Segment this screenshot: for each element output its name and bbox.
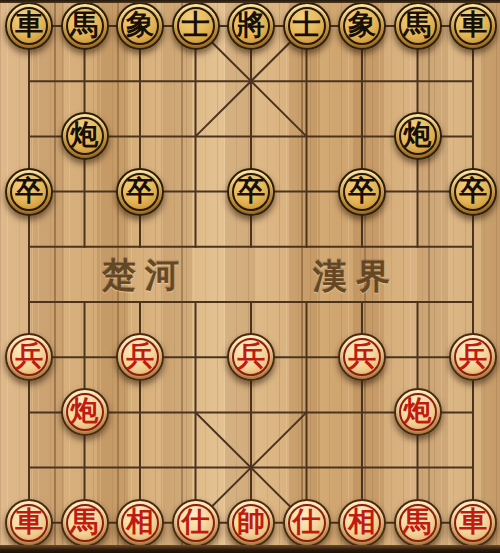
piece-red-elephant[interactable]: 相 [338,499,386,547]
piece-red-soldier[interactable]: 兵 [449,333,497,381]
piece-glyph: 車 [15,11,43,39]
piece-red-soldier[interactable]: 兵 [227,333,275,381]
piece-glyph: 仕 [293,508,321,536]
piece-red-advisor[interactable]: 仕 [283,499,331,547]
piece-glyph: 馬 [71,508,99,536]
piece-glyph: 象 [126,11,154,39]
piece-glyph: 馬 [404,508,432,536]
piece-black-horse[interactable]: 馬 [61,2,109,50]
piece-black-soldier[interactable]: 卒 [338,168,386,216]
piece-black-soldier[interactable]: 卒 [116,168,164,216]
piece-red-soldier[interactable]: 兵 [5,333,53,381]
piece-glyph: 車 [459,508,487,536]
board-top-edge [0,0,500,3]
piece-black-soldier[interactable]: 卒 [227,168,275,216]
piece-black-soldier[interactable]: 卒 [5,168,53,216]
river-label-han-jie: 漢界 [313,254,399,300]
piece-black-cannon[interactable]: 炮 [61,112,109,160]
piece-glyph: 兵 [15,342,43,370]
piece-glyph: 兵 [126,342,154,370]
piece-glyph: 車 [15,508,43,536]
piece-black-chariot[interactable]: 車 [449,2,497,50]
piece-black-soldier[interactable]: 卒 [449,168,497,216]
piece-glyph: 帥 [237,508,265,536]
piece-black-advisor[interactable]: 士 [172,2,220,50]
piece-red-elephant[interactable]: 相 [116,499,164,547]
piece-glyph: 兵 [459,342,487,370]
xiangqi-board: 楚河 漢界 車馬象士將士象馬車炮炮卒卒卒卒卒兵兵兵兵兵炮炮車馬相仕帥仕相馬車 [0,0,500,553]
piece-glyph: 士 [182,11,210,39]
piece-glyph: 炮 [404,397,432,425]
piece-red-horse[interactable]: 馬 [394,499,442,547]
piece-glyph: 炮 [71,121,99,149]
piece-glyph: 相 [126,508,154,536]
piece-red-advisor[interactable]: 仕 [172,499,220,547]
piece-red-chariot[interactable]: 車 [5,499,53,547]
piece-red-horse[interactable]: 馬 [61,499,109,547]
piece-glyph: 車 [459,11,487,39]
piece-black-advisor[interactable]: 士 [283,2,331,50]
piece-black-cannon[interactable]: 炮 [394,112,442,160]
piece-red-chariot[interactable]: 車 [449,499,497,547]
piece-red-cannon[interactable]: 炮 [394,388,442,436]
board-grid-lines [0,0,500,553]
piece-black-general[interactable]: 將 [227,2,275,50]
piece-glyph: 士 [293,11,321,39]
piece-glyph: 炮 [71,397,99,425]
piece-glyph: 炮 [404,121,432,149]
piece-red-general[interactable]: 帥 [227,499,275,547]
piece-black-chariot[interactable]: 車 [5,2,53,50]
river-label-chu-he: 楚河 [102,253,188,299]
piece-glyph: 兵 [348,342,376,370]
piece-glyph: 仕 [182,508,210,536]
piece-red-cannon[interactable]: 炮 [61,388,109,436]
piece-glyph: 馬 [71,11,99,39]
piece-glyph: 卒 [348,177,376,205]
piece-black-elephant[interactable]: 象 [116,2,164,50]
piece-glyph: 象 [348,11,376,39]
piece-black-elephant[interactable]: 象 [338,2,386,50]
board-bottom-edge [0,545,500,553]
piece-red-soldier[interactable]: 兵 [116,333,164,381]
piece-glyph: 卒 [15,177,43,205]
piece-glyph: 兵 [237,342,265,370]
piece-glyph: 相 [348,508,376,536]
piece-red-soldier[interactable]: 兵 [338,333,386,381]
piece-glyph: 卒 [126,177,154,205]
piece-glyph: 將 [237,11,265,39]
piece-glyph: 卒 [459,177,487,205]
piece-black-horse[interactable]: 馬 [394,2,442,50]
piece-glyph: 卒 [237,177,265,205]
piece-glyph: 馬 [404,11,432,39]
